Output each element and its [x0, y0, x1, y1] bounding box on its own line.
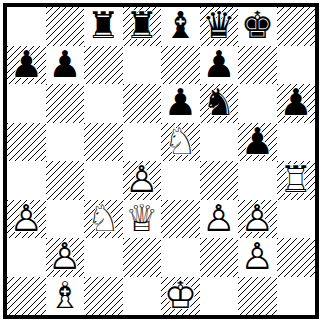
black-king: ♚: [238, 7, 277, 46]
square-a6[interactable]: [7, 84, 46, 123]
square-d6[interactable]: [123, 84, 162, 123]
white-piece-fill: ♟: [7, 200, 46, 239]
white-pawn: ♙: [46, 238, 85, 277]
square-b6[interactable]: [46, 84, 85, 123]
black-pawn: ♟: [200, 46, 239, 85]
square-f1[interactable]: [200, 277, 239, 316]
square-h5[interactable]: [277, 123, 316, 162]
black-bishop: ♝: [161, 7, 200, 46]
square-h6[interactable]: ♟: [277, 84, 316, 123]
square-g5[interactable]: ♟: [238, 123, 277, 162]
square-d8[interactable]: ♜: [123, 7, 162, 46]
square-g4[interactable]: [238, 161, 277, 200]
square-c5[interactable]: [84, 123, 123, 162]
white-king: ♔: [161, 277, 200, 316]
square-d4[interactable]: ♟♙: [123, 161, 162, 200]
white-queen: ♕: [123, 200, 162, 239]
square-a2[interactable]: [7, 238, 46, 277]
white-piece-fill: ♞: [84, 200, 123, 239]
chess-diagram: ♜♜♝♛♚♟♟♟♟♞♟♞♘♟♟♙♜♖♟♙♞♘♛♕♟♙♟♙♟♙♟♙♝♗♚♔: [0, 0, 325, 324]
black-pawn: ♟: [7, 46, 46, 85]
chess-board: ♜♜♝♛♚♟♟♟♟♞♟♞♘♟♟♙♜♖♟♙♞♘♛♕♟♙♟♙♟♙♟♙♝♗♚♔: [7, 7, 315, 315]
black-rook: ♜: [84, 7, 123, 46]
square-g1[interactable]: [238, 277, 277, 316]
white-piece-fill: ♚: [161, 277, 200, 316]
square-e2[interactable]: [161, 238, 200, 277]
board-frame: ♜♜♝♛♚♟♟♟♟♞♟♞♘♟♟♙♜♖♟♙♞♘♛♕♟♙♟♙♟♙♟♙♝♗♚♔: [3, 3, 319, 319]
white-pawn: ♙: [238, 238, 277, 277]
square-a3[interactable]: ♟♙: [7, 200, 46, 239]
black-pawn: ♟: [277, 84, 316, 123]
white-rook: ♖: [277, 161, 316, 200]
square-a8[interactable]: [7, 7, 46, 46]
square-b8[interactable]: [46, 7, 85, 46]
square-e4[interactable]: [161, 161, 200, 200]
black-pawn: ♟: [238, 123, 277, 162]
square-b3[interactable]: [46, 200, 85, 239]
square-d2[interactable]: [123, 238, 162, 277]
square-a4[interactable]: [7, 161, 46, 200]
square-g3[interactable]: ♟♙: [238, 200, 277, 239]
square-f6[interactable]: ♞: [200, 84, 239, 123]
white-pawn: ♙: [123, 161, 162, 200]
white-pawn: ♙: [238, 200, 277, 239]
white-piece-fill: ♝: [46, 277, 85, 316]
square-c8[interactable]: ♜: [84, 7, 123, 46]
square-e8[interactable]: ♝: [161, 7, 200, 46]
square-a5[interactable]: [7, 123, 46, 162]
square-f8[interactable]: ♛: [200, 7, 239, 46]
square-h3[interactable]: [277, 200, 316, 239]
square-h1[interactable]: [277, 277, 316, 316]
white-piece-fill: ♟: [238, 238, 277, 277]
square-h4[interactable]: ♜♖: [277, 161, 316, 200]
square-e7[interactable]: [161, 46, 200, 85]
square-b2[interactable]: ♟♙: [46, 238, 85, 277]
white-piece-fill: ♟: [123, 161, 162, 200]
square-h7[interactable]: [277, 46, 316, 85]
square-g2[interactable]: ♟♙: [238, 238, 277, 277]
square-g8[interactable]: ♚: [238, 7, 277, 46]
square-c6[interactable]: [84, 84, 123, 123]
square-f5[interactable]: [200, 123, 239, 162]
square-d3[interactable]: ♛♕: [123, 200, 162, 239]
square-e6[interactable]: ♟: [161, 84, 200, 123]
square-f2[interactable]: [200, 238, 239, 277]
square-b5[interactable]: [46, 123, 85, 162]
square-f3[interactable]: ♟♙: [200, 200, 239, 239]
white-piece-fill: ♛: [123, 200, 162, 239]
square-e1[interactable]: ♚♔: [161, 277, 200, 316]
square-f7[interactable]: ♟: [200, 46, 239, 85]
square-g6[interactable]: [238, 84, 277, 123]
white-pawn: ♙: [200, 200, 239, 239]
square-a7[interactable]: ♟: [7, 46, 46, 85]
white-pawn: ♙: [7, 200, 46, 239]
black-knight: ♞: [200, 84, 239, 123]
white-piece-fill: ♟: [46, 238, 85, 277]
square-e5[interactable]: ♞♘: [161, 123, 200, 162]
black-pawn: ♟: [46, 46, 85, 85]
square-d1[interactable]: [123, 277, 162, 316]
square-g7[interactable]: [238, 46, 277, 85]
white-piece-fill: ♟: [200, 200, 239, 239]
black-pawn: ♟: [161, 84, 200, 123]
square-a1[interactable]: [7, 277, 46, 316]
white-knight: ♘: [84, 200, 123, 239]
square-h2[interactable]: [277, 238, 316, 277]
square-c4[interactable]: [84, 161, 123, 200]
black-queen: ♛: [200, 7, 239, 46]
square-b4[interactable]: [46, 161, 85, 200]
square-h8[interactable]: [277, 7, 316, 46]
white-bishop: ♗: [46, 277, 85, 316]
square-b1[interactable]: ♝♗: [46, 277, 85, 316]
square-f4[interactable]: [200, 161, 239, 200]
square-b7[interactable]: ♟: [46, 46, 85, 85]
black-rook: ♜: [123, 7, 162, 46]
square-c3[interactable]: ♞♘: [84, 200, 123, 239]
square-c1[interactable]: [84, 277, 123, 316]
white-knight: ♘: [161, 123, 200, 162]
square-d5[interactable]: [123, 123, 162, 162]
white-piece-fill: ♞: [161, 123, 200, 162]
white-piece-fill: ♟: [238, 200, 277, 239]
square-d7[interactable]: [123, 46, 162, 85]
white-piece-fill: ♜: [277, 161, 316, 200]
square-c7[interactable]: [84, 46, 123, 85]
square-e3[interactable]: [161, 200, 200, 239]
square-c2[interactable]: [84, 238, 123, 277]
